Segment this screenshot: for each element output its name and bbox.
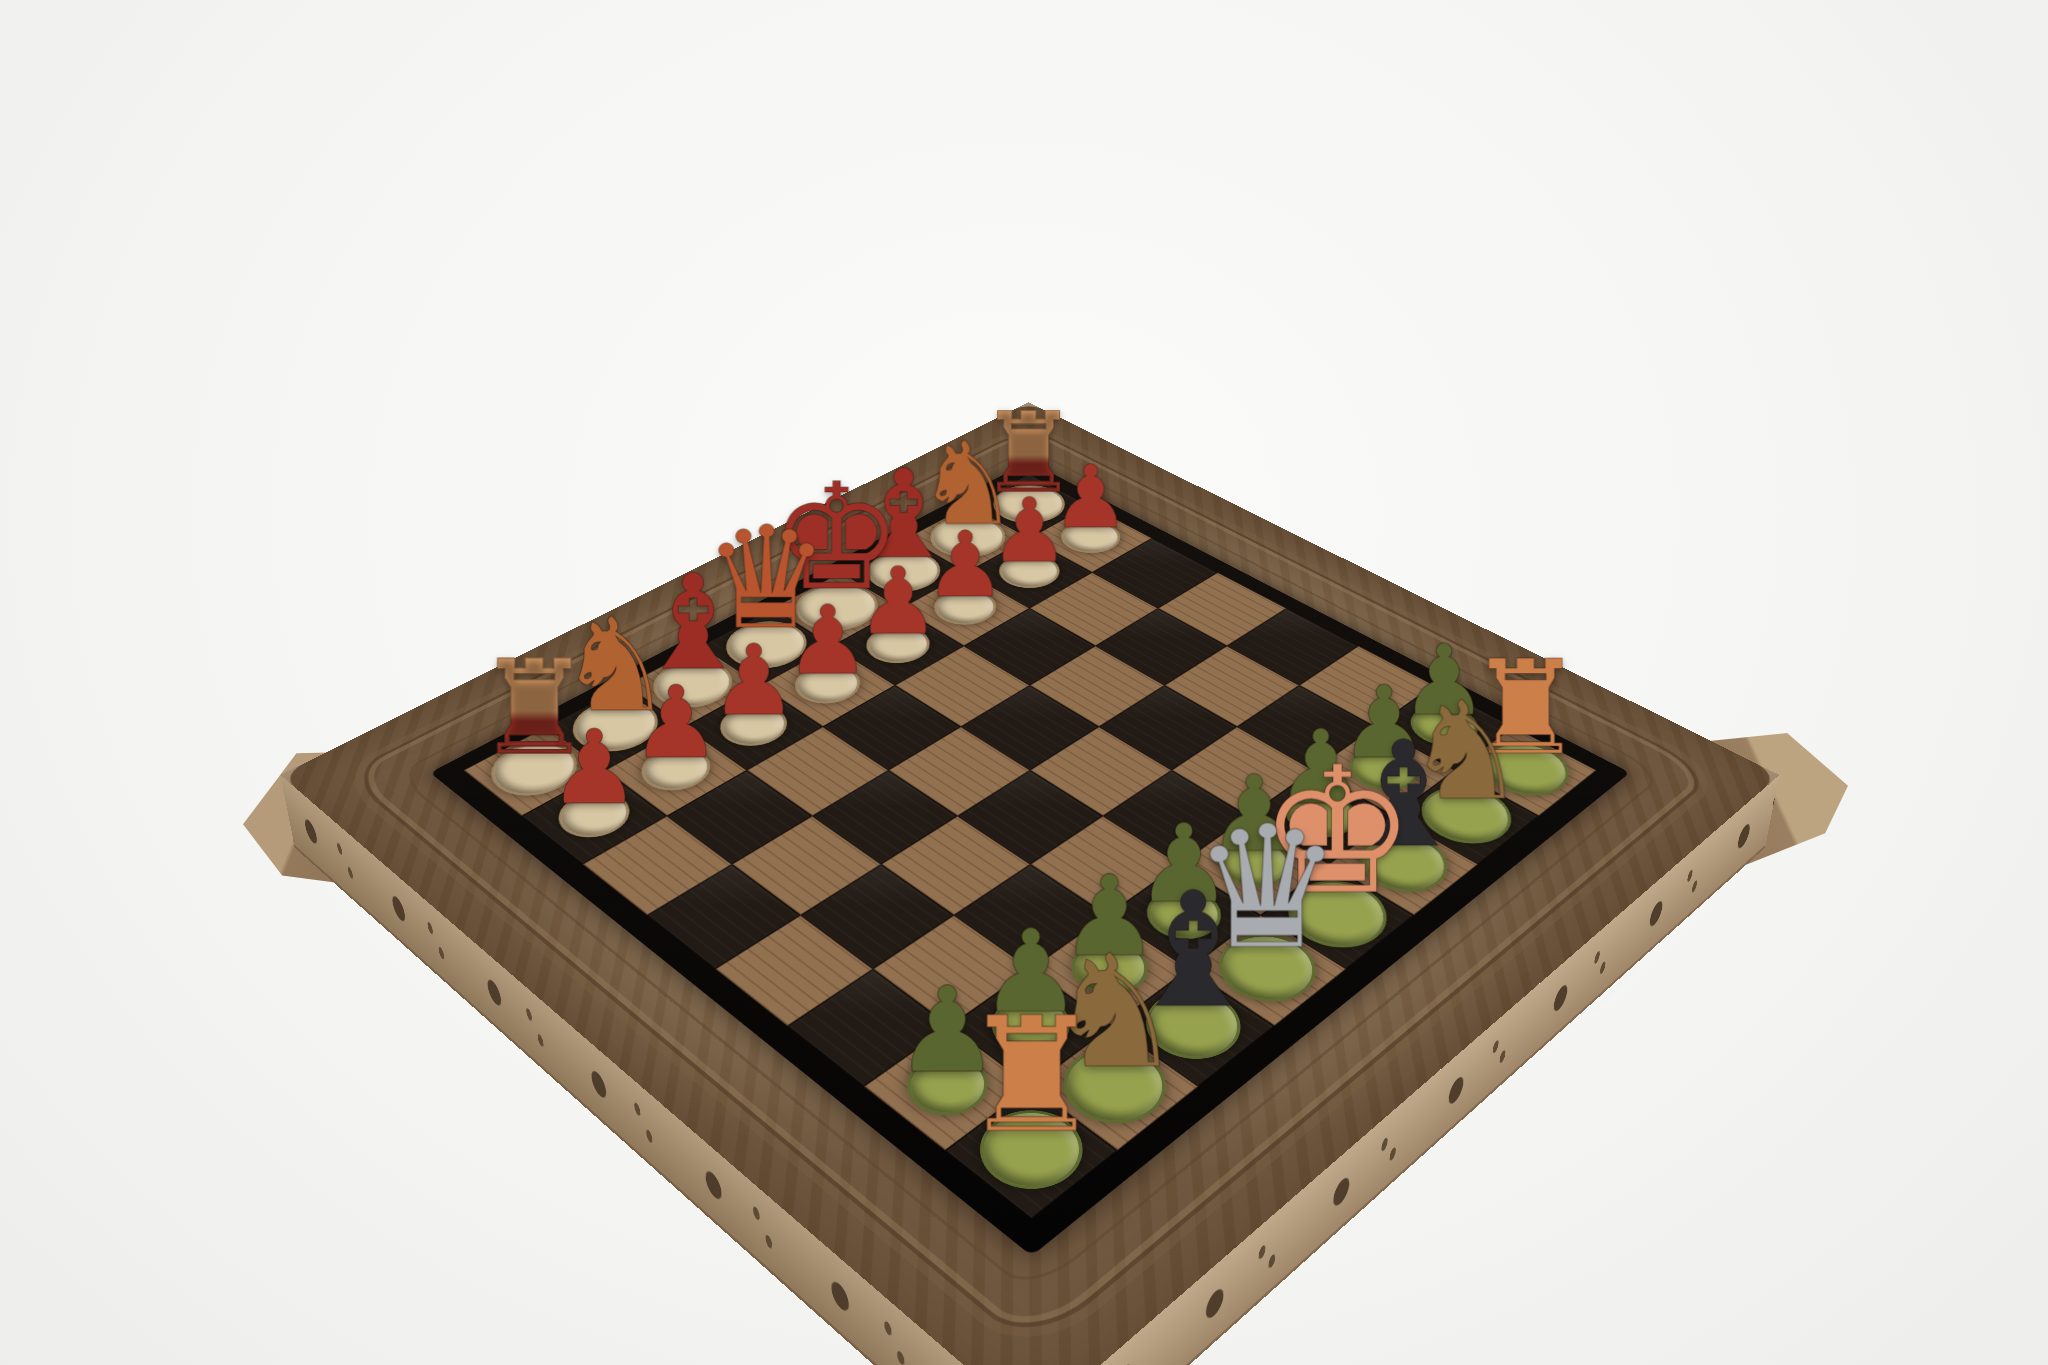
photo-background: ♜♟♟♜♞♟♟♞♝♟♟♝♚♟♟♚♛♟♟♛♝♟♟♝♞♟♟♞♜♟♟♜ bbox=[0, 0, 2048, 1365]
red-pawn-base bbox=[707, 697, 801, 755]
red-pawn-base bbox=[782, 657, 874, 712]
green-pawn-base bbox=[1336, 739, 1432, 800]
green-pawn-base bbox=[1132, 879, 1236, 950]
red-pawn-base bbox=[921, 582, 1008, 632]
green-pawn-base bbox=[1056, 930, 1163, 1005]
green-pawn-base bbox=[976, 985, 1086, 1065]
red-pawn-base bbox=[853, 619, 942, 671]
green-pawn-base bbox=[1204, 830, 1306, 897]
red-pawn-base bbox=[987, 547, 1072, 595]
red-pawn-base bbox=[1049, 514, 1133, 560]
scene-3d: ♜♟♟♜♞♟♟♞♝♟♟♝♚♟♟♚♛♟♟♛♝♟♟♝♞♟♟♞♜♟♟♜ bbox=[0, 0, 2048, 1365]
green-pawn-base bbox=[891, 1043, 1005, 1128]
red-pawn-base bbox=[628, 739, 724, 800]
